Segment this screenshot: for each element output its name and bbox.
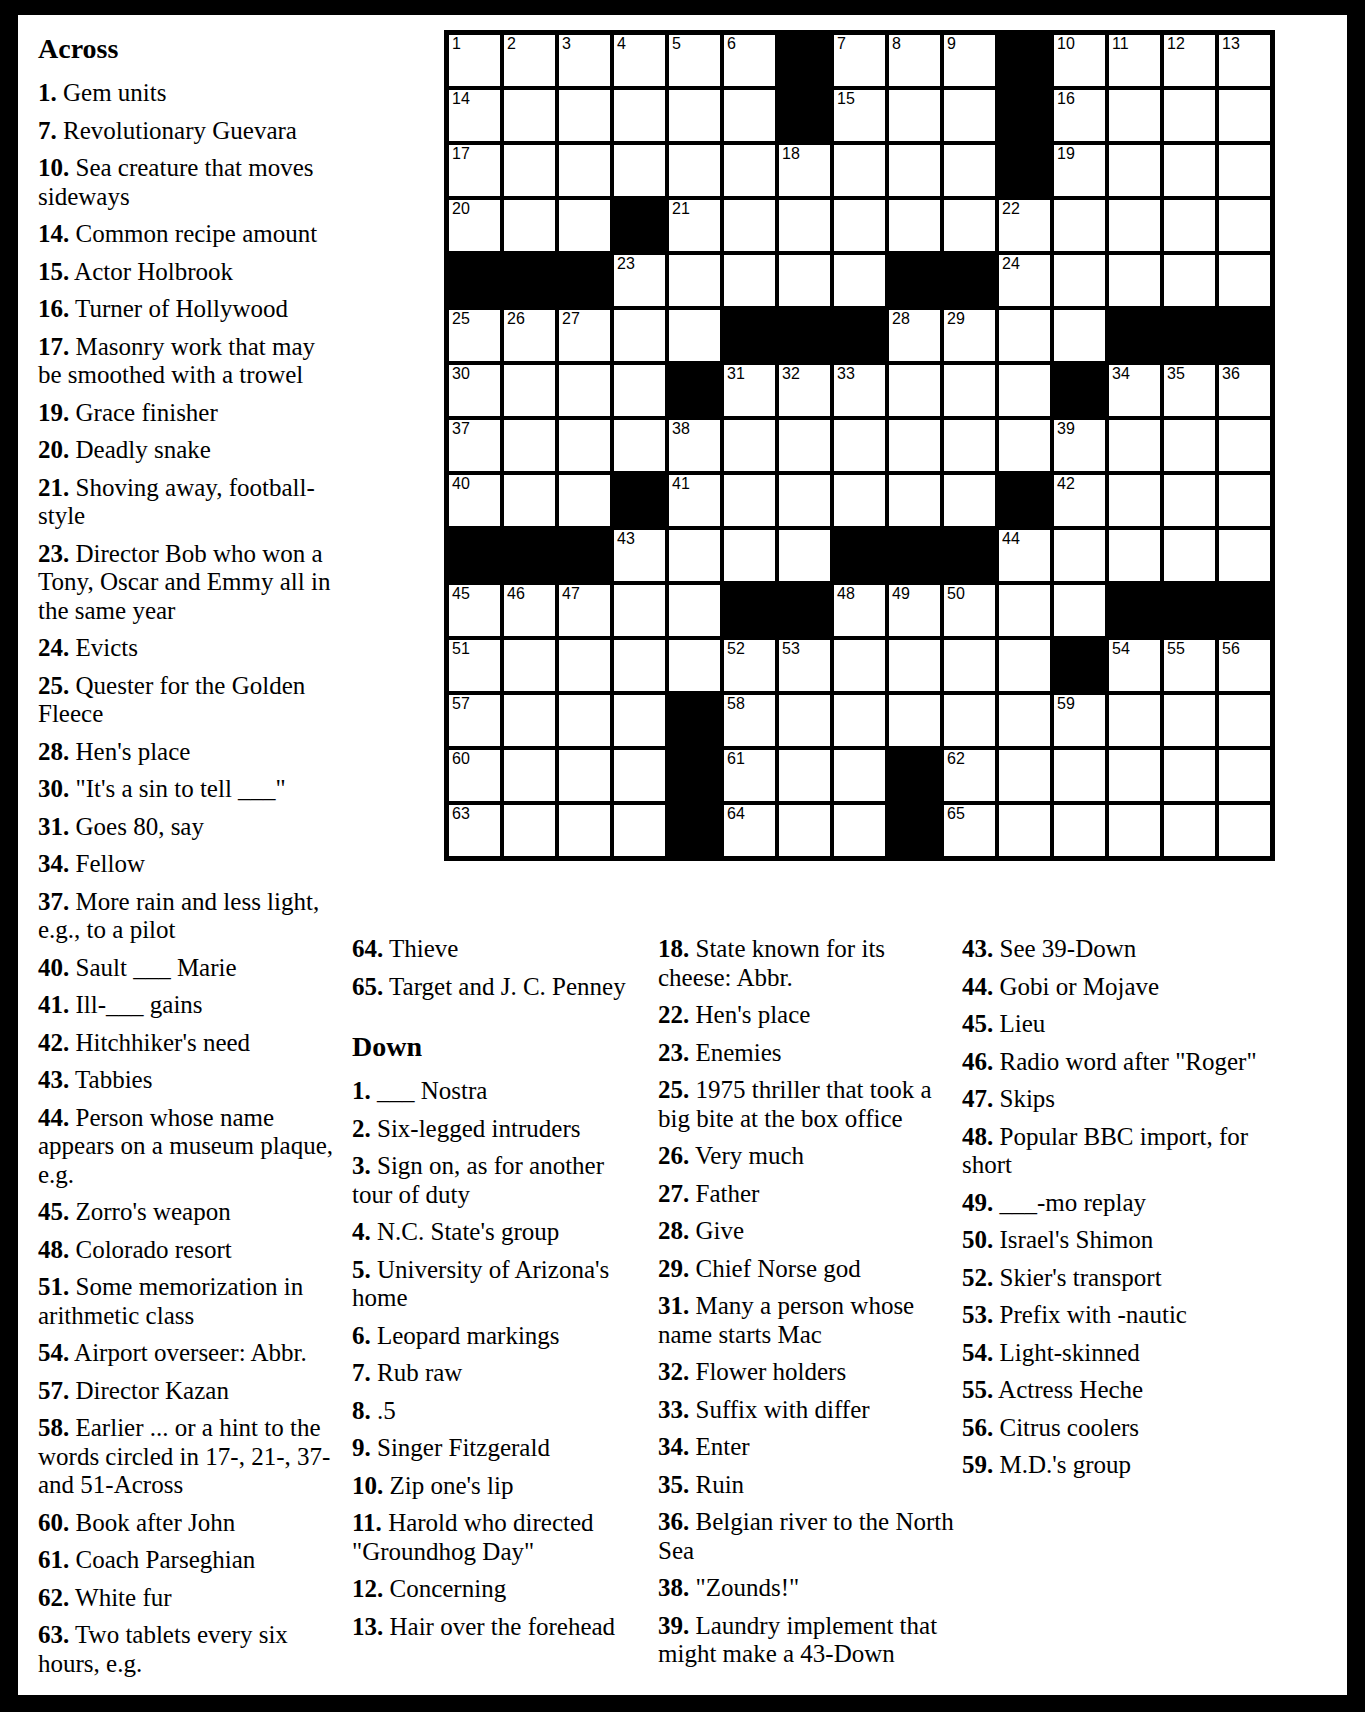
black-cell-r15c9 (887, 803, 942, 858)
cell-r1c12[interactable]: 10 (1052, 33, 1107, 88)
clue-across-34: 34. Fellow (38, 850, 340, 879)
cell-r11c5[interactable] (667, 583, 722, 638)
cell-r3c7[interactable]: 18 (777, 143, 832, 198)
cell-r4c5[interactable]: 21 (667, 198, 722, 253)
cell-r3c6[interactable] (722, 143, 777, 198)
cell-r13c12[interactable]: 59 (1052, 693, 1107, 748)
cell-r13c3[interactable] (557, 693, 612, 748)
cell-number-2: 2 (507, 36, 516, 52)
cell-r6c11[interactable] (997, 308, 1052, 363)
cell-r4c1[interactable]: 20 (447, 198, 502, 253)
cell-r13c6[interactable]: 58 (722, 693, 777, 748)
cell-r7c8[interactable]: 33 (832, 363, 887, 418)
black-cell-r14c5 (667, 748, 722, 803)
down-clue-list-1: 1. ___ Nostra2. Six-legged intruders3. S… (352, 1077, 640, 1641)
black-cell-r11c13 (1107, 583, 1162, 638)
cell-r1c9[interactable]: 8 (887, 33, 942, 88)
cell-r3c9[interactable] (887, 143, 942, 198)
cell-r1c14[interactable]: 12 (1162, 33, 1217, 88)
cell-r15c10[interactable]: 65 (942, 803, 997, 858)
cell-r13c8[interactable] (832, 693, 887, 748)
puzzle-paper: Across 1. Gem units7. Revolutionary Guev… (18, 15, 1347, 1695)
cell-r11c11[interactable] (997, 583, 1052, 638)
down-clue-list-3: 43. See 39-Down44. Gobi or Mojave45. Lie… (962, 935, 1277, 1480)
cell-r2c9[interactable] (887, 88, 942, 143)
clue-down-33: 33. Suffix with differ (658, 1396, 958, 1425)
cell-r9c6[interactable] (722, 473, 777, 528)
cell-r8c1[interactable]: 37 (447, 418, 502, 473)
cell-r10c7[interactable] (777, 528, 832, 583)
cell-number-29: 29 (947, 311, 965, 327)
cell-r5c5[interactable] (667, 253, 722, 308)
cell-r6c5[interactable] (667, 308, 722, 363)
cell-r2c8[interactable]: 15 (832, 88, 887, 143)
cell-r12c10[interactable] (942, 638, 997, 693)
cell-r15c4[interactable] (612, 803, 667, 858)
cell-number-43: 43 (617, 531, 635, 547)
cell-r7c3[interactable] (557, 363, 612, 418)
clue-down-46: 46. Radio word after "Roger" (962, 1048, 1277, 1077)
cell-number-26: 26 (507, 311, 525, 327)
cell-r9c9[interactable] (887, 473, 942, 528)
clue-across-23: 23. Director Bob who won a Tony, Oscar a… (38, 540, 340, 626)
cell-r8c12[interactable]: 39 (1052, 418, 1107, 473)
cell-r4c8[interactable] (832, 198, 887, 253)
clue-down-29: 29. Chief Norse god (658, 1255, 958, 1284)
crossword-grid: 1234567891011121314151617181920212223242… (444, 30, 1275, 861)
cell-r11c3[interactable]: 47 (557, 583, 612, 638)
cell-r5c8[interactable] (832, 253, 887, 308)
cell-number-53: 53 (782, 641, 800, 657)
cell-r1c10[interactable]: 9 (942, 33, 997, 88)
down-header: Down (352, 1031, 640, 1063)
cell-r7c2[interactable] (502, 363, 557, 418)
cell-r2c1[interactable]: 14 (447, 88, 502, 143)
black-cell-r6c7 (777, 308, 832, 363)
clue-across-1: 1. Gem units (38, 79, 340, 108)
bottom-column-3: 43. See 39-Down44. Gobi or Mojave45. Lie… (962, 935, 1277, 1489)
clue-down-23: 23. Enemies (658, 1039, 958, 1068)
cell-r12c4[interactable] (612, 638, 667, 693)
cell-r8c7[interactable] (777, 418, 832, 473)
clue-down-52: 52. Skier's transport (962, 1264, 1277, 1293)
cell-r8c8[interactable] (832, 418, 887, 473)
cell-r3c12[interactable]: 19 (1052, 143, 1107, 198)
cell-number-10: 10 (1057, 36, 1075, 52)
cell-r12c15[interactable]: 56 (1217, 638, 1272, 693)
cell-r12c9[interactable] (887, 638, 942, 693)
cell-number-7: 7 (837, 36, 846, 52)
black-cell-r5c9 (887, 253, 942, 308)
cell-r4c11[interactable]: 22 (997, 198, 1052, 253)
cell-r14c13[interactable] (1107, 748, 1162, 803)
cell-r15c14[interactable] (1162, 803, 1217, 858)
cell-number-32: 32 (782, 366, 800, 382)
clue-down-2: 2. Six-legged intruders (352, 1115, 640, 1144)
cell-number-25: 25 (452, 311, 470, 327)
cell-r4c9[interactable] (887, 198, 942, 253)
clue-across-30: 30. "It's a sin to tell ___" (38, 775, 340, 804)
black-cell-r4c4 (612, 198, 667, 253)
cell-r11c9[interactable]: 49 (887, 583, 942, 638)
cell-number-64: 64 (727, 806, 745, 822)
cell-number-15: 15 (837, 91, 855, 107)
cell-r9c7[interactable] (777, 473, 832, 528)
cell-r9c8[interactable] (832, 473, 887, 528)
cell-r15c7[interactable] (777, 803, 832, 858)
cell-r8c5[interactable]: 38 (667, 418, 722, 473)
cell-number-14: 14 (452, 91, 470, 107)
clue-across-41: 41. Ill-___ gains (38, 991, 340, 1020)
cell-r13c1[interactable]: 57 (447, 693, 502, 748)
cell-r10c15[interactable] (1217, 528, 1272, 583)
cell-r8c9[interactable] (887, 418, 942, 473)
cell-r4c2[interactable] (502, 198, 557, 253)
cell-r2c6[interactable] (722, 88, 777, 143)
cell-number-50: 50 (947, 586, 965, 602)
cell-r5c11[interactable]: 24 (997, 253, 1052, 308)
cell-r3c8[interactable] (832, 143, 887, 198)
cell-r14c11[interactable] (997, 748, 1052, 803)
clue-across-37: 37. More rain and less light, e.g., to a… (38, 888, 340, 945)
black-cell-r5c2 (502, 253, 557, 308)
cell-r9c3[interactable] (557, 473, 612, 528)
cell-r1c5[interactable]: 5 (667, 33, 722, 88)
cell-number-54: 54 (1112, 641, 1130, 657)
cell-r2c15[interactable] (1217, 88, 1272, 143)
clue-across-44: 44. Person whose name appears on a museu… (38, 1104, 340, 1190)
cell-r5c6[interactable] (722, 253, 777, 308)
cell-r3c14[interactable] (1162, 143, 1217, 198)
cell-number-13: 13 (1222, 36, 1240, 52)
cell-r8c15[interactable] (1217, 418, 1272, 473)
black-cell-r1c11 (997, 33, 1052, 88)
clue-across-7: 7. Revolutionary Guevara (38, 117, 340, 146)
cell-r12c7[interactable]: 53 (777, 638, 832, 693)
bottom-column-1: 64. Thieve65. Target and J. C. Penney Do… (352, 935, 640, 1650)
cell-number-24: 24 (1002, 256, 1020, 272)
cell-r9c2[interactable] (502, 473, 557, 528)
cell-r3c15[interactable] (1217, 143, 1272, 198)
cell-r14c4[interactable] (612, 748, 667, 803)
cell-r7c7[interactable]: 32 (777, 363, 832, 418)
cell-number-62: 62 (947, 751, 965, 767)
cell-r1c1[interactable]: 1 (447, 33, 502, 88)
clue-across-58: 58. Earlier ... or a hint to the words c… (38, 1414, 340, 1500)
cell-r15c6[interactable]: 64 (722, 803, 777, 858)
clue-across-15: 15. Actor Holbrook (38, 258, 340, 287)
cell-r6c1[interactable]: 25 (447, 308, 502, 363)
cell-r10c5[interactable] (667, 528, 722, 583)
cell-r13c15[interactable] (1217, 693, 1272, 748)
cell-r1c6[interactable]: 6 (722, 33, 777, 88)
cell-r14c2[interactable] (502, 748, 557, 803)
cell-r15c1[interactable]: 63 (447, 803, 502, 858)
black-cell-r3c11 (997, 143, 1052, 198)
cell-r2c13[interactable] (1107, 88, 1162, 143)
cell-r6c12[interactable] (1052, 308, 1107, 363)
cell-r14c3[interactable] (557, 748, 612, 803)
cell-r13c14[interactable] (1162, 693, 1217, 748)
cell-r2c2[interactable] (502, 88, 557, 143)
cell-r11c1[interactable]: 45 (447, 583, 502, 638)
cell-r8c6[interactable] (722, 418, 777, 473)
cell-r4c13[interactable] (1107, 198, 1162, 253)
cell-r13c11[interactable] (997, 693, 1052, 748)
cell-r7c11[interactable] (997, 363, 1052, 418)
cell-r10c11[interactable]: 44 (997, 528, 1052, 583)
cell-r7c1[interactable]: 30 (447, 363, 502, 418)
cell-r15c2[interactable] (502, 803, 557, 858)
cell-r8c10[interactable] (942, 418, 997, 473)
cell-r15c13[interactable] (1107, 803, 1162, 858)
black-cell-r5c1 (447, 253, 502, 308)
cell-r5c14[interactable] (1162, 253, 1217, 308)
cell-r7c10[interactable] (942, 363, 997, 418)
cell-r3c13[interactable] (1107, 143, 1162, 198)
cell-r7c9[interactable] (887, 363, 942, 418)
cell-r9c14[interactable] (1162, 473, 1217, 528)
clue-down-55: 55. Actress Heche (962, 1376, 1277, 1405)
cell-r2c3[interactable] (557, 88, 612, 143)
black-cell-r2c7 (777, 88, 832, 143)
black-cell-r6c15 (1217, 308, 1272, 363)
cell-r10c13[interactable] (1107, 528, 1162, 583)
black-cell-r1c7 (777, 33, 832, 88)
cell-number-55: 55 (1167, 641, 1185, 657)
cell-r3c2[interactable] (502, 143, 557, 198)
clue-down-27: 27. Father (658, 1180, 958, 1209)
clue-across-60: 60. Book after John (38, 1509, 340, 1538)
cell-r4c7[interactable] (777, 198, 832, 253)
cell-r12c3[interactable] (557, 638, 612, 693)
cell-r13c10[interactable] (942, 693, 997, 748)
cell-r5c13[interactable] (1107, 253, 1162, 308)
cell-number-30: 30 (452, 366, 470, 382)
cell-r9c12[interactable]: 42 (1052, 473, 1107, 528)
cell-number-19: 19 (1057, 146, 1075, 162)
cell-r5c4[interactable]: 23 (612, 253, 667, 308)
cell-r2c12[interactable]: 16 (1052, 88, 1107, 143)
cell-r5c12[interactable] (1052, 253, 1107, 308)
cell-r12c8[interactable] (832, 638, 887, 693)
cell-r10c12[interactable] (1052, 528, 1107, 583)
cell-r14c14[interactable] (1162, 748, 1217, 803)
cell-r6c2[interactable]: 26 (502, 308, 557, 363)
cell-number-38: 38 (672, 421, 690, 437)
cell-r4c14[interactable] (1162, 198, 1217, 253)
cell-r1c4[interactable]: 4 (612, 33, 667, 88)
clue-across-24: 24. Evicts (38, 634, 340, 663)
cell-r9c15[interactable] (1217, 473, 1272, 528)
cell-r11c12[interactable] (1052, 583, 1107, 638)
cell-r10c6[interactable] (722, 528, 777, 583)
cell-r13c4[interactable] (612, 693, 667, 748)
cell-r8c3[interactable] (557, 418, 612, 473)
cell-r4c10[interactable] (942, 198, 997, 253)
clue-down-28: 28. Give (658, 1217, 958, 1246)
cell-r6c3[interactable]: 27 (557, 308, 612, 363)
cell-number-47: 47 (562, 586, 580, 602)
cell-r12c13[interactable]: 54 (1107, 638, 1162, 693)
cell-number-58: 58 (727, 696, 745, 712)
cell-number-27: 27 (562, 311, 580, 327)
clue-down-8: 8. .5 (352, 1397, 640, 1426)
cell-r9c13[interactable] (1107, 473, 1162, 528)
black-cell-r12c12 (1052, 638, 1107, 693)
cell-number-1: 1 (452, 36, 461, 52)
cell-r4c3[interactable] (557, 198, 612, 253)
cell-number-18: 18 (782, 146, 800, 162)
cell-r6c10[interactable]: 29 (942, 308, 997, 363)
clue-down-11: 11. Harold who directed "Groundhog Day" (352, 1509, 640, 1566)
cell-r6c9[interactable]: 28 (887, 308, 942, 363)
cell-r15c12[interactable] (1052, 803, 1107, 858)
cell-r5c15[interactable] (1217, 253, 1272, 308)
cell-r4c15[interactable] (1217, 198, 1272, 253)
cell-r9c10[interactable] (942, 473, 997, 528)
black-cell-r11c15 (1217, 583, 1272, 638)
cell-r15c15[interactable] (1217, 803, 1272, 858)
cell-r13c2[interactable] (502, 693, 557, 748)
cell-number-4: 4 (617, 36, 626, 52)
clue-down-38: 38. "Zounds!" (658, 1574, 958, 1603)
clue-across-64: 64. Thieve (352, 935, 640, 964)
cell-r4c6[interactable] (722, 198, 777, 253)
cell-r15c8[interactable] (832, 803, 887, 858)
clue-down-25: 25. 1975 thriller that took a big bite a… (658, 1076, 958, 1133)
cell-r11c2[interactable]: 46 (502, 583, 557, 638)
cell-number-40: 40 (452, 476, 470, 492)
black-cell-r10c2 (502, 528, 557, 583)
black-cell-r9c11 (997, 473, 1052, 528)
clue-across-42: 42. Hitchhiker's need (38, 1029, 340, 1058)
cell-r13c7[interactable] (777, 693, 832, 748)
cell-r14c12[interactable] (1052, 748, 1107, 803)
cell-r7c14[interactable]: 35 (1162, 363, 1217, 418)
cell-r3c1[interactable]: 17 (447, 143, 502, 198)
cell-number-56: 56 (1222, 641, 1240, 657)
cell-number-33: 33 (837, 366, 855, 382)
cell-r13c9[interactable] (887, 693, 942, 748)
cell-r11c10[interactable]: 50 (942, 583, 997, 638)
cell-r14c15[interactable] (1217, 748, 1272, 803)
cell-r8c2[interactable] (502, 418, 557, 473)
cell-r12c11[interactable] (997, 638, 1052, 693)
cell-r6c4[interactable] (612, 308, 667, 363)
cell-r12c14[interactable]: 55 (1162, 638, 1217, 693)
black-cell-r11c14 (1162, 583, 1217, 638)
down-clue-list-2: 18. State known for its cheese: Abbr.22.… (658, 935, 958, 1669)
across-clue-list-tail: 64. Thieve65. Target and J. C. Penney (352, 935, 640, 1001)
cell-r3c5[interactable] (667, 143, 722, 198)
cell-r14c6[interactable]: 61 (722, 748, 777, 803)
cell-r1c8[interactable]: 7 (832, 33, 887, 88)
cell-r3c4[interactable] (612, 143, 667, 198)
cell-r14c7[interactable] (777, 748, 832, 803)
cell-r8c11[interactable] (997, 418, 1052, 473)
black-cell-r6c6 (722, 308, 777, 363)
cell-number-20: 20 (452, 201, 470, 217)
clue-across-16: 16. Turner of Hollywood (38, 295, 340, 324)
cell-r1c15[interactable]: 13 (1217, 33, 1272, 88)
black-cell-r11c7 (777, 583, 832, 638)
black-cell-r11c6 (722, 583, 777, 638)
cell-r1c3[interactable]: 3 (557, 33, 612, 88)
cell-r7c13[interactable]: 34 (1107, 363, 1162, 418)
cell-r2c5[interactable] (667, 88, 722, 143)
clue-down-22: 22. Hen's place (658, 1001, 958, 1030)
cell-r8c13[interactable] (1107, 418, 1162, 473)
cell-number-35: 35 (1167, 366, 1185, 382)
cell-r14c1[interactable]: 60 (447, 748, 502, 803)
cell-number-16: 16 (1057, 91, 1075, 107)
cell-r2c10[interactable] (942, 88, 997, 143)
cell-r3c10[interactable] (942, 143, 997, 198)
cell-r4c12[interactable] (1052, 198, 1107, 253)
cell-r10c4[interactable]: 43 (612, 528, 667, 583)
cell-number-49: 49 (892, 586, 910, 602)
cell-r1c2[interactable]: 2 (502, 33, 557, 88)
cell-r12c1[interactable]: 51 (447, 638, 502, 693)
black-cell-r6c8 (832, 308, 887, 363)
clue-across-54: 54. Airport overseer: Abbr. (38, 1339, 340, 1368)
cell-r7c4[interactable] (612, 363, 667, 418)
clue-down-1: 1. ___ Nostra (352, 1077, 640, 1106)
cell-number-41: 41 (672, 476, 690, 492)
black-cell-r14c9 (887, 748, 942, 803)
cell-r8c14[interactable] (1162, 418, 1217, 473)
cell-number-44: 44 (1002, 531, 1020, 547)
cell-r8c4[interactable] (612, 418, 667, 473)
cell-r14c8[interactable] (832, 748, 887, 803)
cell-r2c14[interactable] (1162, 88, 1217, 143)
clue-down-36: 36. Belgian river to the North Sea (658, 1508, 958, 1565)
cell-r9c5[interactable]: 41 (667, 473, 722, 528)
clue-down-3: 3. Sign on, as for another tour of duty (352, 1152, 640, 1209)
cell-r3c3[interactable] (557, 143, 612, 198)
cell-r10c14[interactable] (1162, 528, 1217, 583)
cell-r13c13[interactable] (1107, 693, 1162, 748)
black-cell-r10c8 (832, 528, 887, 583)
cell-r2c4[interactable] (612, 88, 667, 143)
cell-r15c3[interactable] (557, 803, 612, 858)
cell-r9c1[interactable]: 40 (447, 473, 502, 528)
cell-r12c5[interactable] (667, 638, 722, 693)
cell-r12c6[interactable]: 52 (722, 638, 777, 693)
black-cell-r10c3 (557, 528, 612, 583)
cell-r11c8[interactable]: 48 (832, 583, 887, 638)
cell-r11c4[interactable] (612, 583, 667, 638)
cell-r5c7[interactable] (777, 253, 832, 308)
black-cell-r5c3 (557, 253, 612, 308)
cell-r1c13[interactable]: 11 (1107, 33, 1162, 88)
across-clue-column: Across 1. Gem units7. Revolutionary Guev… (38, 33, 340, 1687)
across-header: Across (38, 33, 340, 65)
cell-r7c15[interactable]: 36 (1217, 363, 1272, 418)
cell-r15c11[interactable] (997, 803, 1052, 858)
cell-number-60: 60 (452, 751, 470, 767)
cell-r7c6[interactable]: 31 (722, 363, 777, 418)
clue-down-48: 48. Popular BBC import, for short (962, 1123, 1277, 1180)
cell-r14c10[interactable]: 62 (942, 748, 997, 803)
clue-down-4: 4. N.C. State's group (352, 1218, 640, 1247)
clue-across-25: 25. Quester for the Golden Fleece (38, 672, 340, 729)
clue-down-7: 7. Rub raw (352, 1359, 640, 1388)
cell-number-17: 17 (452, 146, 470, 162)
cell-r12c2[interactable] (502, 638, 557, 693)
clue-down-59: 59. M.D.'s group (962, 1451, 1277, 1480)
